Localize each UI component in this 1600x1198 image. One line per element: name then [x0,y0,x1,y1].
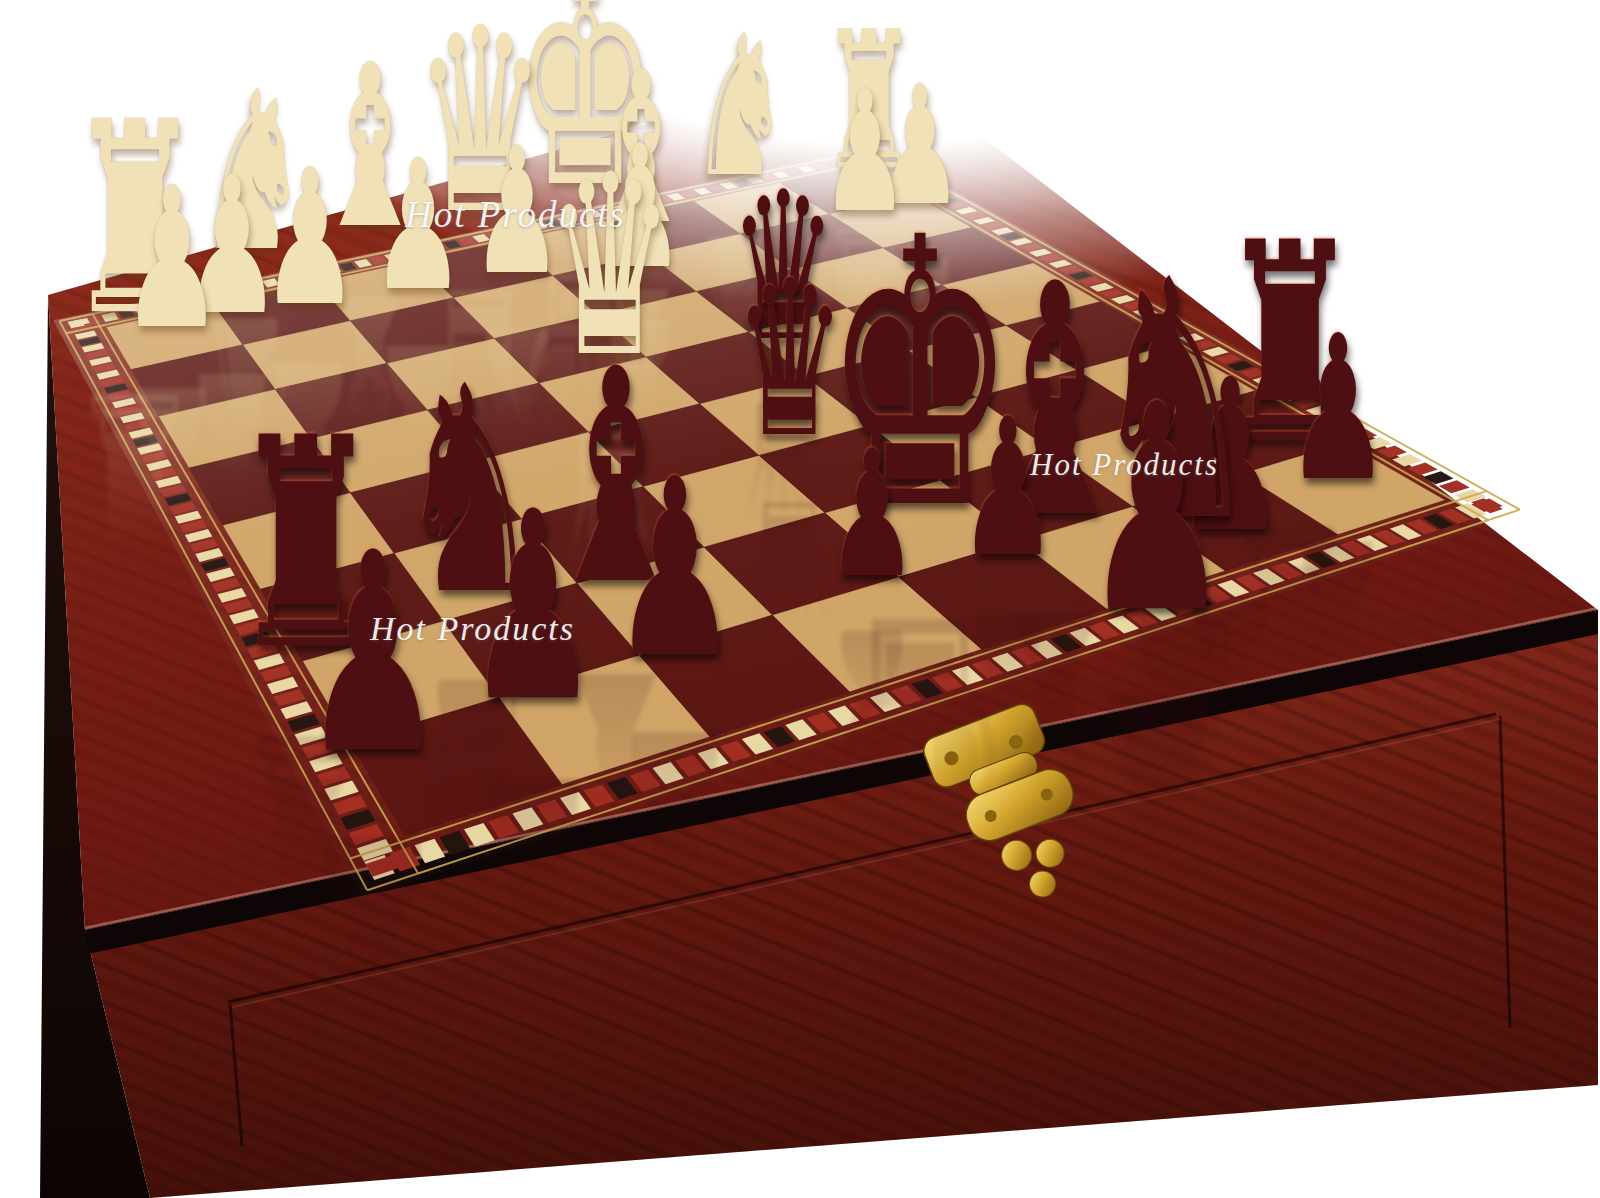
red-pawn-d1[interactable]: ♟ [794,427,951,602]
chess-set-product-photo: ♜♜♞♞♚♚♟♟♟♟♛♛♝♝♝♝♞♞♟♟♟♟♟♟♟♟♟♟♜♜♟♟♛♛♛♛♛♛♜♜… [0,0,1600,1198]
red-pawn-g1[interactable]: ♟ [1029,367,1285,652]
white-pawn-a7[interactable]: ♟ [85,161,260,356]
red-pawn-a1[interactable]: ♟ [250,517,497,792]
